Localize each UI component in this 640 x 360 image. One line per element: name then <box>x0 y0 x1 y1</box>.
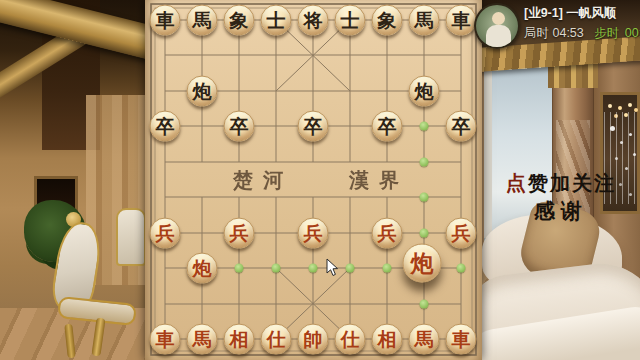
piece-black-cannon[interactable]: 炮 <box>409 76 440 107</box>
xiangqi-game-screen: 楚河 漢界 車馬象士将士象馬車炮炮卒卒卒卒卒兵兵兵兵兵炮炮車馬相仕帥仕相馬車 [… <box>0 0 640 360</box>
piece-black-soldier[interactable]: 卒 <box>298 111 329 142</box>
river-label-han: 漢界 <box>349 167 409 194</box>
move-hint-dot[interactable] <box>383 264 392 273</box>
piece-black-horse[interactable]: 馬 <box>187 5 218 36</box>
left-room-photo <box>0 0 145 360</box>
player-name: [业9-1] 一帆风顺 <box>524 5 640 22</box>
move-hint-dot[interactable] <box>420 122 429 131</box>
cta-text-line2: 感谢 <box>482 197 640 225</box>
piece-black-elephant[interactable]: 象 <box>224 5 255 36</box>
piece-black-rook[interactable]: 車 <box>150 5 181 36</box>
move-hint-dot[interactable] <box>235 264 244 273</box>
sconce-lights <box>608 104 612 108</box>
move-hint-dot[interactable] <box>420 193 429 202</box>
piece-red-advisor[interactable]: 仕 <box>261 324 292 355</box>
piece-black-soldier[interactable]: 卒 <box>446 111 477 142</box>
armchair-far <box>116 208 145 266</box>
piece-black-soldier[interactable]: 卒 <box>150 111 181 142</box>
clock-row: 局时 04:53 步时 00:30 <box>524 25 640 42</box>
move-time-value: 00:30 <box>625 26 640 40</box>
cta-text-line1: 点赞加关注 <box>482 170 640 197</box>
piece-black-soldier[interactable]: 卒 <box>224 111 255 142</box>
move-hint-dot[interactable] <box>457 264 466 273</box>
player-info-panel: [业9-1] 一帆风顺 局时 04:53 步时 00:30 <box>524 5 640 42</box>
river-label-chu: 楚河 <box>233 167 293 194</box>
piece-red-horse[interactable]: 馬 <box>187 324 218 355</box>
piece-black-elephant[interactable]: 象 <box>372 5 403 36</box>
avatar-figure <box>486 25 511 47</box>
game-time-value: 04:53 <box>552 26 583 40</box>
player-avatar[interactable] <box>474 3 520 49</box>
piece-red-cannon[interactable]: 炮 <box>187 253 218 284</box>
piece-red-elephant[interactable]: 相 <box>224 324 255 355</box>
move-hint-dot[interactable] <box>420 300 429 309</box>
piece-red-rook[interactable]: 車 <box>150 324 181 355</box>
piece-black-cannon[interactable]: 炮 <box>187 76 218 107</box>
move-hint-dot[interactable] <box>346 264 355 273</box>
piece-black-advisor[interactable]: 士 <box>335 5 366 36</box>
move-hint-dot[interactable] <box>420 158 429 167</box>
piece-black-general[interactable]: 将 <box>298 5 329 36</box>
piece-red-soldier[interactable]: 兵 <box>224 218 255 249</box>
piece-black-rook[interactable]: 車 <box>446 5 477 36</box>
piece-black-horse[interactable]: 馬 <box>409 5 440 36</box>
chandelier-sparkles <box>610 126 615 131</box>
mouse-cursor <box>326 258 340 278</box>
xiangqi-board[interactable]: 楚河 漢界 車馬象士将士象馬車炮炮卒卒卒卒卒兵兵兵兵兵炮炮車馬相仕帥仕相馬車 <box>145 0 482 360</box>
piece-black-soldier[interactable]: 卒 <box>372 111 403 142</box>
game-time-label: 局时 <box>524 26 549 40</box>
move-hint-dot[interactable] <box>309 264 318 273</box>
piece-black-advisor[interactable]: 士 <box>261 5 292 36</box>
piece-red-rook[interactable]: 車 <box>446 324 477 355</box>
piece-red-horse[interactable]: 馬 <box>409 324 440 355</box>
move-hint-dot[interactable] <box>420 229 429 238</box>
piece-red-advisor[interactable]: 仕 <box>335 324 366 355</box>
piece-red-soldier[interactable]: 兵 <box>446 218 477 249</box>
piece-red-soldier[interactable]: 兵 <box>298 218 329 249</box>
avatar-face <box>492 12 505 25</box>
piece-red-cannon-selected[interactable]: 炮 <box>403 244 442 283</box>
board-grid <box>145 0 482 360</box>
piece-red-general[interactable]: 帥 <box>298 324 329 355</box>
piece-red-soldier[interactable]: 兵 <box>150 218 181 249</box>
piece-red-soldier[interactable]: 兵 <box>372 218 403 249</box>
piece-red-elephant[interactable]: 相 <box>372 324 403 355</box>
move-hint-dot[interactable] <box>272 264 281 273</box>
move-time-label: 步时 <box>594 26 619 40</box>
